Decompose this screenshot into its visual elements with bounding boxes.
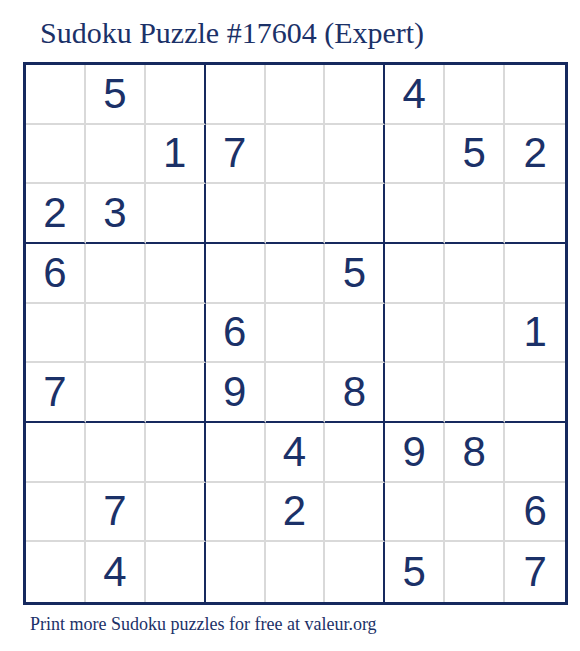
cell-r7c4	[206, 423, 266, 483]
cell-r8c4	[206, 483, 266, 543]
cell-r3c9	[505, 184, 565, 244]
cell-r1c7: 4	[385, 65, 445, 125]
cell-r9c2: 4	[86, 542, 146, 602]
cell-r8c7	[385, 483, 445, 543]
cell-r7c9	[505, 423, 565, 483]
cell-r2c5	[266, 125, 326, 185]
cell-r9c8	[445, 542, 505, 602]
cell-r6c5	[266, 363, 326, 423]
cell-r9c4	[206, 542, 266, 602]
cell-r6c6: 8	[325, 363, 385, 423]
page: Sudoku Puzzle #17604 (Expert) 5417522365…	[0, 0, 580, 651]
cell-r8c1	[26, 483, 86, 543]
cell-r3c3	[146, 184, 206, 244]
cell-r1c6	[325, 65, 385, 125]
cell-r9c1	[26, 542, 86, 602]
cell-r4c7	[385, 244, 445, 304]
cell-r2c3: 1	[146, 125, 206, 185]
cell-r8c6	[325, 483, 385, 543]
cell-r3c6	[325, 184, 385, 244]
cell-r2c6	[325, 125, 385, 185]
cell-r6c4: 9	[206, 363, 266, 423]
cell-r3c7	[385, 184, 445, 244]
cell-r1c8	[445, 65, 505, 125]
cell-r6c3	[146, 363, 206, 423]
cell-r2c8: 5	[445, 125, 505, 185]
cell-r4c5	[266, 244, 326, 304]
cell-r2c2	[86, 125, 146, 185]
cell-r4c8	[445, 244, 505, 304]
cell-r1c1	[26, 65, 86, 125]
cell-r5c7	[385, 304, 445, 364]
cell-r7c7: 9	[385, 423, 445, 483]
cell-r5c1	[26, 304, 86, 364]
cell-r3c2: 3	[86, 184, 146, 244]
cell-r2c7	[385, 125, 445, 185]
cell-r7c1	[26, 423, 86, 483]
cell-r1c2: 5	[86, 65, 146, 125]
sudoku-board: 541752236561798498726457	[23, 62, 568, 605]
cell-r7c5: 4	[266, 423, 326, 483]
page-title: Sudoku Puzzle #17604 (Expert)	[40, 16, 424, 50]
footer-text: Print more Sudoku puzzles for free at va…	[30, 614, 377, 635]
cell-r4c1: 6	[26, 244, 86, 304]
cell-r1c9	[505, 65, 565, 125]
cell-r8c3	[146, 483, 206, 543]
cell-r2c4: 7	[206, 125, 266, 185]
cell-r7c8: 8	[445, 423, 505, 483]
cell-r3c5	[266, 184, 326, 244]
cell-r1c5	[266, 65, 326, 125]
cell-r6c1: 7	[26, 363, 86, 423]
cell-r4c9	[505, 244, 565, 304]
cell-r7c2	[86, 423, 146, 483]
cell-r6c7	[385, 363, 445, 423]
cell-r4c2	[86, 244, 146, 304]
cell-r4c4	[206, 244, 266, 304]
cell-r2c9: 2	[505, 125, 565, 185]
cell-r9c3	[146, 542, 206, 602]
cell-r6c2	[86, 363, 146, 423]
cell-r5c6	[325, 304, 385, 364]
cell-r2c1	[26, 125, 86, 185]
cell-r8c2: 7	[86, 483, 146, 543]
cell-r5c2	[86, 304, 146, 364]
cell-r8c8	[445, 483, 505, 543]
cell-r9c7: 5	[385, 542, 445, 602]
cell-r9c6	[325, 542, 385, 602]
cell-r5c3	[146, 304, 206, 364]
cell-r6c9	[505, 363, 565, 423]
cell-r9c5	[266, 542, 326, 602]
cell-r4c3	[146, 244, 206, 304]
cell-r3c1: 2	[26, 184, 86, 244]
cell-r1c4	[206, 65, 266, 125]
cell-r5c4: 6	[206, 304, 266, 364]
cell-r6c8	[445, 363, 505, 423]
cell-r7c3	[146, 423, 206, 483]
cell-r3c4	[206, 184, 266, 244]
cell-r9c9: 7	[505, 542, 565, 602]
cell-r5c9: 1	[505, 304, 565, 364]
cell-r4c6: 5	[325, 244, 385, 304]
cell-r5c8	[445, 304, 505, 364]
cell-r8c9: 6	[505, 483, 565, 543]
cell-r8c5: 2	[266, 483, 326, 543]
cell-r1c3	[146, 65, 206, 125]
cell-r7c6	[325, 423, 385, 483]
cell-r5c5	[266, 304, 326, 364]
cell-r3c8	[445, 184, 505, 244]
